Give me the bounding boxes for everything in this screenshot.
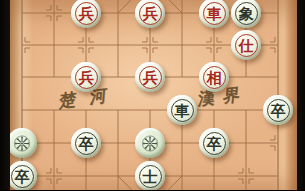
piece-black-advisor[interactable]: 士 xyxy=(135,161,165,190)
piece-black-soldier[interactable]: 卒 xyxy=(263,95,293,125)
piece-character: 兵 xyxy=(135,0,165,29)
piece-character: 相 xyxy=(199,63,229,93)
piece-character: 卒 xyxy=(263,96,293,126)
piece-red-soldier[interactable]: 兵 xyxy=(71,0,101,28)
piece-hidden-facedown[interactable] xyxy=(135,128,165,158)
piece-black-soldier[interactable]: 卒 xyxy=(199,128,229,158)
letterbox-left xyxy=(0,0,10,190)
piece-character: 卒 xyxy=(7,162,37,191)
hidden-flower-icon xyxy=(141,135,159,153)
piece-red-elephant[interactable]: 相 xyxy=(199,62,229,92)
hidden-piece-back xyxy=(135,129,165,159)
piece-black-elephant[interactable]: 象 xyxy=(231,0,261,28)
piece-hidden-facedown[interactable] xyxy=(7,128,37,158)
pieces-layer: 兵兵車象仕兵兵相車卒卒卒卒士 xyxy=(0,0,305,190)
piece-character: 士 xyxy=(135,162,165,191)
piece-character: 車 xyxy=(199,0,229,29)
piece-character: 兵 xyxy=(71,0,101,29)
piece-character: 仕 xyxy=(231,31,261,61)
piece-character: 車 xyxy=(167,96,197,126)
piece-black-soldier[interactable]: 卒 xyxy=(71,128,101,158)
hidden-piece-back xyxy=(7,129,37,159)
piece-red-advisor[interactable]: 仕 xyxy=(231,30,261,60)
piece-black-soldier[interactable]: 卒 xyxy=(7,161,37,190)
piece-red-soldier[interactable]: 兵 xyxy=(135,62,165,92)
piece-red-soldier[interactable]: 兵 xyxy=(135,0,165,28)
letterbox-right xyxy=(297,0,305,190)
piece-black-chariot[interactable]: 車 xyxy=(167,95,197,125)
piece-red-soldier[interactable]: 兵 xyxy=(71,62,101,92)
piece-character: 象 xyxy=(231,0,261,29)
piece-red-chariot[interactable]: 車 xyxy=(199,0,229,28)
piece-character: 卒 xyxy=(199,129,229,159)
piece-character: 卒 xyxy=(71,129,101,159)
piece-character: 兵 xyxy=(71,63,101,93)
piece-character: 兵 xyxy=(135,63,165,93)
xiangqi-game-screen: 楚河 漢界 兵兵車象仕兵兵相車卒卒卒卒士 xyxy=(0,0,305,190)
hidden-flower-icon xyxy=(13,135,31,153)
